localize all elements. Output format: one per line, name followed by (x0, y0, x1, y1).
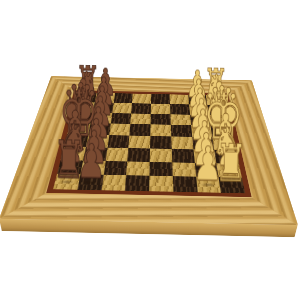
square-dark[interactable] (127, 148, 150, 162)
square-dark[interactable] (103, 161, 127, 176)
square-light[interactable] (126, 161, 149, 176)
square-dark[interactable] (149, 162, 172, 177)
square-light[interactable] (150, 124, 171, 136)
square-dark[interactable] (130, 124, 151, 136)
chess-board: ♜♟♟♜♞♟♟♞♝♟♟♝♛♟♟♛♚♟♟♚♝♟♟♝♞♟♟♞♜♟♟♜ (0, 76, 298, 225)
square-light[interactable] (132, 94, 151, 104)
square-light[interactable] (109, 124, 131, 136)
square-dark[interactable] (110, 113, 131, 124)
square-dark[interactable] (151, 94, 170, 104)
square-light[interactable] (149, 176, 173, 192)
square-dark[interactable] (150, 136, 171, 149)
square-light[interactable] (129, 136, 151, 149)
square-light[interactable] (151, 104, 170, 115)
square-dark[interactable] (151, 114, 171, 125)
square-light[interactable] (130, 113, 150, 124)
square-light[interactable] (101, 175, 126, 191)
square-dark[interactable] (131, 103, 151, 114)
perspective-wrapper: ♜♟♟♜♞♟♟♞♝♟♟♝♛♟♟♛♚♟♟♚♝♟♟♝♞♟♟♞♜♟♟♜ (0, 0, 300, 300)
board-front-edge (0, 219, 298, 237)
square-dark[interactable] (125, 175, 149, 191)
chess-set-photo: ♜♟♟♜♞♟♟♞♝♟♟♝♛♟♟♛♚♟♟♚♝♟♟♝♞♟♟♞♜♟♟♜ (0, 0, 300, 300)
square-light[interactable] (150, 148, 172, 162)
